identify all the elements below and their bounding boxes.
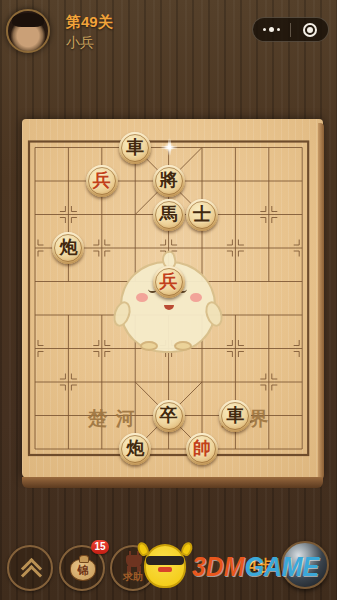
piece-red-4-4[interactable]: 兵 (153, 266, 185, 298)
xiangqi-board[interactable]: 楚河 漢界 車兵將馬士炮兵卒車炮帥 (22, 119, 323, 478)
piece-black-6-8[interactable]: 車 (219, 400, 251, 432)
piece-black-4-1[interactable]: 將 (153, 165, 185, 197)
piece-black-4-2[interactable]: 馬 (153, 199, 185, 231)
chick-mascot-icon (142, 540, 188, 592)
piece-black-5-2[interactable]: 士 (186, 199, 218, 231)
piece-red-2-1[interactable]: 兵 (86, 165, 118, 197)
avatar-portrait (12, 13, 44, 27)
piece-black-3-0[interactable]: 車 (119, 132, 151, 164)
level-name: 小兵 (66, 34, 94, 52)
expand-menu-button[interactable] (7, 545, 53, 591)
more-button[interactable] (253, 18, 290, 41)
piece-black-3-9[interactable]: 炮 (119, 433, 151, 465)
watermark-3dm: 3DM (192, 552, 244, 582)
player-avatar[interactable] (6, 9, 50, 53)
board-bottom-bevel (22, 477, 323, 488)
app-screen: 第49关 小兵 楚河 漢界 車兵將馬士炮兵卒車炮帥 (0, 0, 337, 600)
piece-black-4-8[interactable]: 卒 (153, 400, 185, 432)
target-icon (303, 23, 317, 37)
sunglasses (146, 556, 184, 565)
sparkle-effect (160, 138, 178, 156)
close-home-button[interactable] (291, 18, 328, 41)
watermark-game: GAME (244, 552, 319, 582)
incense-burner-icon (126, 555, 142, 567)
level-label: 第49关 (66, 13, 113, 32)
money-bag-icon: 锦 (70, 559, 96, 581)
river-label-left: 楚河 (88, 406, 144, 432)
piece-red-5-9[interactable]: 帥 (186, 433, 218, 465)
wechat-capsule (252, 17, 329, 42)
board-side-bevel (318, 123, 324, 479)
tip-bag-button[interactable]: 锦 15 (59, 545, 105, 591)
more-dots-icon (263, 28, 266, 31)
tip-count-badge: 15 (91, 540, 109, 554)
